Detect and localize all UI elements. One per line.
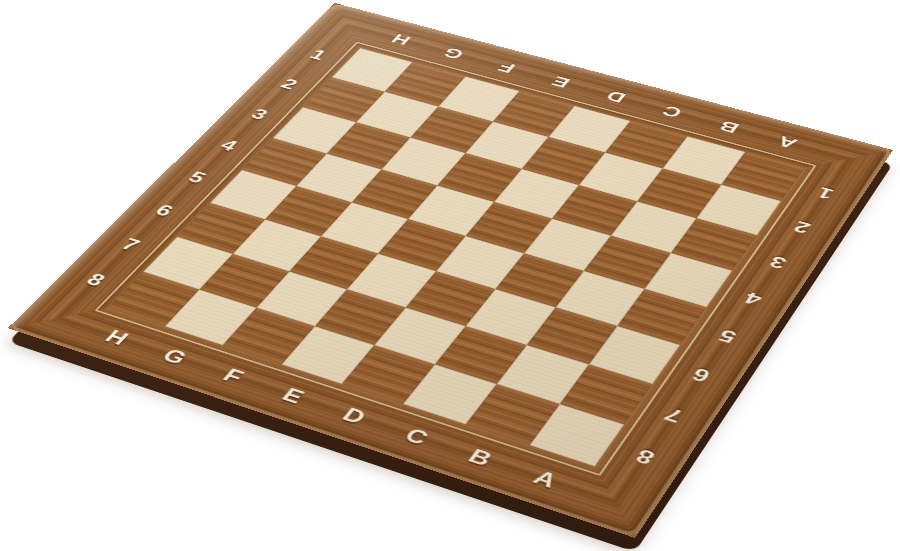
chessboard: HGFEDCBAHGFEDCBA1234567812345678 xyxy=(8,3,893,538)
product-photo-stage: HGFEDCBAHGFEDCBA1234567812345678 xyxy=(0,0,900,551)
